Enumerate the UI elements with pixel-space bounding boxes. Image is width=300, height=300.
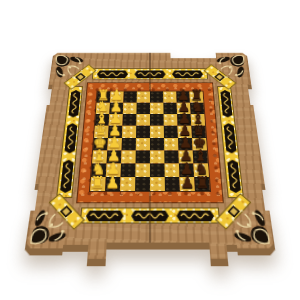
square-h7[interactable]: ♟ bbox=[179, 177, 195, 191]
square-a5[interactable] bbox=[150, 92, 163, 103]
cartouche-ornament bbox=[85, 210, 123, 221]
floral-corner-ornament-icon bbox=[211, 54, 249, 82]
square-c4[interactable] bbox=[136, 114, 150, 126]
square-a3[interactable] bbox=[123, 92, 137, 103]
floral-corner-ornament-icon bbox=[225, 204, 272, 246]
floral-corner-ornament-icon bbox=[51, 54, 89, 82]
square-h1[interactable]: ♜ bbox=[90, 177, 106, 191]
chess-board-3d: ♜♟♟♜♞♟♟♞♝♟♟♝♛♟♟♛♚♟♟♚♝♟♟♝♞♟♟♞♜♟♟♜ bbox=[23, 53, 277, 263]
square-a4[interactable] bbox=[137, 92, 150, 103]
cartouche-ornament bbox=[64, 123, 77, 153]
square-c6[interactable] bbox=[164, 114, 178, 126]
square-c5[interactable] bbox=[150, 114, 164, 126]
square-e4[interactable] bbox=[136, 138, 150, 151]
cartouche-ornament bbox=[223, 123, 236, 153]
black-rook[interactable]: ♜ bbox=[195, 175, 209, 191]
cartouche-ornament bbox=[227, 160, 241, 193]
square-e3[interactable] bbox=[122, 138, 136, 151]
cartouche-ornament bbox=[172, 70, 204, 77]
cartouche-ornament bbox=[68, 90, 80, 117]
square-a6[interactable] bbox=[163, 92, 177, 103]
cartouche-ornament bbox=[96, 70, 128, 77]
cartouche-ornament bbox=[220, 90, 232, 117]
product-photo-scene: ♜♟♟♜♞♟♟♞♝♟♟♝♛♟♟♛♚♟♟♚♝♟♟♝♞♟♟♞♜♟♟♜ bbox=[0, 0, 300, 300]
square-e5[interactable] bbox=[150, 138, 164, 151]
white-rook[interactable]: ♜ bbox=[90, 175, 104, 191]
floral-corner-ornament-icon bbox=[28, 204, 75, 246]
square-e6[interactable] bbox=[164, 138, 178, 151]
black-pawn[interactable]: ♟ bbox=[180, 175, 194, 191]
cartouche-ornament bbox=[59, 160, 73, 193]
square-h8[interactable]: ♜ bbox=[194, 177, 210, 191]
square-c3[interactable] bbox=[122, 114, 136, 126]
cartouche-ornament bbox=[177, 210, 215, 221]
square-h2[interactable]: ♟ bbox=[105, 177, 121, 191]
white-pawn[interactable]: ♟ bbox=[105, 175, 119, 191]
